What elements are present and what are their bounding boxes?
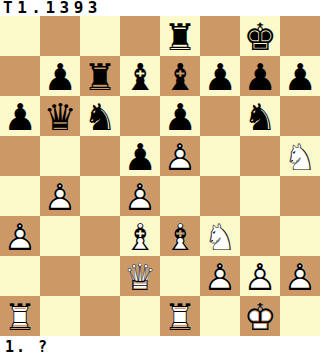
square-d3[interactable]: ♝♗ <box>120 216 160 256</box>
white-pawn-piece-fill: ♟ <box>280 256 320 296</box>
black-pawn-piece: ♟ <box>240 56 280 96</box>
square-c8[interactable] <box>80 16 120 56</box>
square-a8[interactable] <box>0 16 40 56</box>
square-b1[interactable] <box>40 296 80 336</box>
square-d5[interactable]: ♟ <box>120 136 160 176</box>
white-rook-piece-fill: ♜ <box>0 296 40 336</box>
square-e2[interactable] <box>160 256 200 296</box>
square-b8[interactable] <box>40 16 80 56</box>
square-c3[interactable] <box>80 216 120 256</box>
square-a2[interactable] <box>0 256 40 296</box>
square-b2[interactable] <box>40 256 80 296</box>
white-bishop-piece: ♗ <box>120 216 160 256</box>
square-f2[interactable]: ♟♙ <box>200 256 240 296</box>
white-pawn-piece-fill: ♟ <box>0 216 40 256</box>
white-pawn-piece: ♙ <box>120 176 160 216</box>
square-a5[interactable] <box>0 136 40 176</box>
white-king-piece: ♔ <box>240 296 280 336</box>
white-rook-piece: ♖ <box>160 296 200 336</box>
square-g2[interactable]: ♟♙ <box>240 256 280 296</box>
square-f4[interactable] <box>200 176 240 216</box>
square-f7[interactable]: ♟ <box>200 56 240 96</box>
square-a1[interactable]: ♜♖ <box>0 296 40 336</box>
square-e8[interactable]: ♜ <box>160 16 200 56</box>
white-queen-piece-fill: ♛ <box>120 256 160 296</box>
square-e5[interactable]: ♟♙ <box>160 136 200 176</box>
square-h5[interactable]: ♞♘ <box>280 136 320 176</box>
square-a3[interactable]: ♟♙ <box>0 216 40 256</box>
white-pawn-piece: ♙ <box>200 256 240 296</box>
white-pawn-piece: ♙ <box>0 216 40 256</box>
black-bishop-piece: ♝ <box>120 56 160 96</box>
square-h1[interactable] <box>280 296 320 336</box>
square-b6[interactable]: ♛ <box>40 96 80 136</box>
white-pawn-piece: ♙ <box>280 256 320 296</box>
white-bishop-piece-fill: ♝ <box>160 216 200 256</box>
square-h4[interactable] <box>280 176 320 216</box>
black-king-piece: ♚ <box>240 16 280 56</box>
black-pawn-piece: ♟ <box>200 56 240 96</box>
square-f8[interactable] <box>200 16 240 56</box>
white-pawn-piece: ♙ <box>40 176 80 216</box>
white-rook-piece-fill: ♜ <box>160 296 200 336</box>
white-bishop-piece-fill: ♝ <box>120 216 160 256</box>
square-a6[interactable]: ♟ <box>0 96 40 136</box>
white-pawn-piece: ♙ <box>160 136 200 176</box>
black-rook-piece: ♜ <box>80 56 120 96</box>
square-g3[interactable] <box>240 216 280 256</box>
square-a7[interactable] <box>0 56 40 96</box>
move-prompt: 1. ? <box>0 336 320 360</box>
white-knight-piece-fill: ♞ <box>280 136 320 176</box>
square-e3[interactable]: ♝♗ <box>160 216 200 256</box>
square-b7[interactable]: ♟ <box>40 56 80 96</box>
square-b5[interactable] <box>40 136 80 176</box>
square-d2[interactable]: ♛♕ <box>120 256 160 296</box>
square-f3[interactable]: ♞♘ <box>200 216 240 256</box>
square-h3[interactable] <box>280 216 320 256</box>
square-c4[interactable] <box>80 176 120 216</box>
white-bishop-piece: ♗ <box>160 216 200 256</box>
white-rook-piece: ♖ <box>0 296 40 336</box>
square-d7[interactable]: ♝ <box>120 56 160 96</box>
square-h2[interactable]: ♟♙ <box>280 256 320 296</box>
square-g5[interactable] <box>240 136 280 176</box>
white-knight-piece: ♘ <box>280 136 320 176</box>
chess-puzzle-screen: T1.1393 ♜♚♟♜♝♝♟♟♟♟♛♞♟♞♟♟♙♞♘♟♙♟♙♟♙♝♗♝♗♞♘♛… <box>0 0 320 360</box>
black-rook-piece: ♜ <box>160 16 200 56</box>
square-d4[interactable]: ♟♙ <box>120 176 160 216</box>
white-knight-piece: ♘ <box>200 216 240 256</box>
square-c7[interactable]: ♜ <box>80 56 120 96</box>
black-pawn-piece: ♟ <box>280 56 320 96</box>
square-f6[interactable] <box>200 96 240 136</box>
black-pawn-piece: ♟ <box>40 56 80 96</box>
square-e4[interactable] <box>160 176 200 216</box>
square-h8[interactable] <box>280 16 320 56</box>
square-h6[interactable] <box>280 96 320 136</box>
white-king-piece-fill: ♚ <box>240 296 280 336</box>
square-b4[interactable]: ♟♙ <box>40 176 80 216</box>
black-knight-piece: ♞ <box>240 96 280 136</box>
square-c1[interactable] <box>80 296 120 336</box>
square-e6[interactable]: ♟ <box>160 96 200 136</box>
chess-board: ♜♚♟♜♝♝♟♟♟♟♛♞♟♞♟♟♙♞♘♟♙♟♙♟♙♝♗♝♗♞♘♛♕♟♙♟♙♟♙♜… <box>0 16 320 336</box>
white-pawn-piece: ♙ <box>240 256 280 296</box>
square-f5[interactable] <box>200 136 240 176</box>
white-pawn-piece-fill: ♟ <box>200 256 240 296</box>
square-d8[interactable] <box>120 16 160 56</box>
black-pawn-piece: ♟ <box>0 96 40 136</box>
black-knight-piece: ♞ <box>80 96 120 136</box>
black-pawn-piece: ♟ <box>160 96 200 136</box>
square-b3[interactable] <box>40 216 80 256</box>
black-queen-piece: ♛ <box>40 96 80 136</box>
white-pawn-piece-fill: ♟ <box>40 176 80 216</box>
puzzle-title: T1.1393 <box>0 0 320 16</box>
square-g1[interactable]: ♚♔ <box>240 296 280 336</box>
square-g7[interactable]: ♟ <box>240 56 280 96</box>
square-h7[interactable]: ♟ <box>280 56 320 96</box>
white-pawn-piece-fill: ♟ <box>240 256 280 296</box>
square-f1[interactable] <box>200 296 240 336</box>
square-c5[interactable] <box>80 136 120 176</box>
white-queen-piece: ♕ <box>120 256 160 296</box>
square-d6[interactable] <box>120 96 160 136</box>
black-bishop-piece: ♝ <box>160 56 200 96</box>
square-g6[interactable]: ♞ <box>240 96 280 136</box>
square-c2[interactable] <box>80 256 120 296</box>
square-e1[interactable]: ♜♖ <box>160 296 200 336</box>
square-g8[interactable]: ♚ <box>240 16 280 56</box>
black-pawn-piece: ♟ <box>120 136 160 176</box>
square-c6[interactable]: ♞ <box>80 96 120 136</box>
square-a4[interactable] <box>0 176 40 216</box>
square-d1[interactable] <box>120 296 160 336</box>
square-e7[interactable]: ♝ <box>160 56 200 96</box>
white-knight-piece-fill: ♞ <box>200 216 240 256</box>
white-pawn-piece-fill: ♟ <box>160 136 200 176</box>
white-pawn-piece-fill: ♟ <box>120 176 160 216</box>
square-g4[interactable] <box>240 176 280 216</box>
